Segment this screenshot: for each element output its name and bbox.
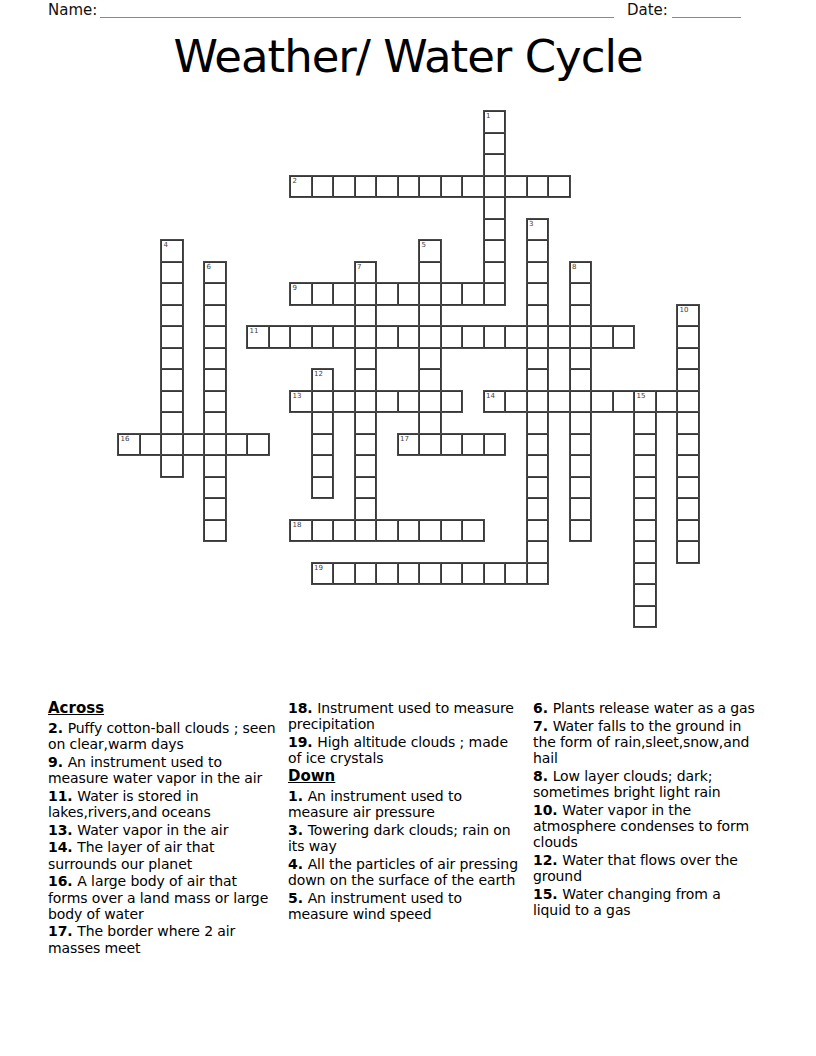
grid-cell-13-8[interactable] — [398, 283, 420, 305]
grid-cell-11-21[interactable] — [355, 563, 377, 585]
grid-cell-11-14[interactable] — [355, 412, 377, 434]
grid-cell-21-15[interactable] — [570, 434, 592, 456]
grid-cell-12-10[interactable] — [376, 326, 398, 348]
grid-cell-2-16[interactable] — [161, 455, 183, 477]
grid-cell-18-13[interactable] — [505, 391, 527, 413]
clue-number-label: 18. — [288, 700, 317, 716]
across-header: Across — [48, 700, 280, 717]
grid-cell-9-17[interactable] — [312, 477, 334, 499]
grid-cell-9-10[interactable] — [312, 326, 334, 348]
grid-cell-13-19[interactable] — [398, 520, 420, 542]
grid-cell-4-16[interactable] — [204, 455, 226, 477]
clue-down-1: 1. An instrument used to measure air pre… — [288, 788, 522, 820]
clue-number-label: 10. — [533, 802, 562, 818]
grid-cell-17-6[interactable] — [484, 240, 506, 262]
grid-cell-16-21[interactable] — [462, 563, 484, 585]
grid-cell-9-12[interactable] — [312, 369, 334, 391]
grid-cell-13-21[interactable] — [398, 563, 420, 585]
grid-cell-14-19[interactable] — [419, 520, 441, 542]
grid-cell-19-3[interactable] — [527, 176, 549, 198]
grid-cell-21-8[interactable] — [570, 283, 592, 305]
grid-cell-11-13[interactable] — [355, 391, 377, 413]
clue-number-label: 6. — [533, 700, 553, 716]
name-blank-line[interactable] — [100, 3, 614, 18]
grid-cell-2-13[interactable] — [161, 391, 183, 413]
grid-cell-4-18[interactable] — [204, 498, 226, 520]
grid-cell-9-14[interactable] — [312, 412, 334, 434]
grid-cell-16-8[interactable] — [462, 283, 484, 305]
grid-cell-24-13[interactable] — [634, 391, 656, 413]
grid-cell-4-19[interactable] — [204, 520, 226, 542]
date-label: Date: — [627, 3, 668, 18]
clue-across-9: 9. An instrument used to measure water v… — [48, 754, 280, 786]
grid-cell-0-15[interactable] — [118, 434, 140, 456]
grid-cell-21-7[interactable] — [570, 262, 592, 284]
grid-cell-15-8[interactable] — [441, 283, 463, 305]
date-blank-line[interactable] — [672, 3, 741, 18]
grid-cell-9-21[interactable] — [312, 563, 334, 585]
grid-cell-17-15[interactable] — [484, 434, 506, 456]
clue-down-6: 6. Plants release water as a gas — [533, 700, 755, 716]
grid-cell-10-19[interactable] — [333, 520, 355, 542]
clue-number-label: 17. — [48, 923, 77, 939]
grid-cell-13-10[interactable] — [398, 326, 420, 348]
grid-cell-17-7[interactable] — [484, 262, 506, 284]
grid-cell-19-20[interactable] — [527, 541, 549, 563]
grid-cell-4-9[interactable] — [204, 305, 226, 327]
grid-cell-14-3[interactable] — [419, 176, 441, 198]
clue-number-label: 3. — [288, 822, 308, 838]
grid-cell-11-16[interactable] — [355, 455, 377, 477]
grid-cell-21-18[interactable] — [570, 498, 592, 520]
grid-cell-2-7[interactable] — [161, 262, 183, 284]
grid-cell-19-13[interactable] — [527, 391, 549, 413]
grid-cell-10-13[interactable] — [333, 391, 355, 413]
grid-cell-23-13[interactable] — [613, 391, 635, 413]
grid-cell-3-15[interactable] — [183, 434, 205, 456]
grid-cell-24-18[interactable] — [634, 498, 656, 520]
clue-number-label: 9. — [48, 754, 68, 770]
grid-cell-15-10[interactable] — [441, 326, 463, 348]
grid-cell-26-17[interactable] — [677, 477, 699, 499]
clue-number-label: 8. — [533, 768, 553, 784]
grid-cell-4-8[interactable] — [204, 283, 226, 305]
grid-cell-4-10[interactable] — [204, 326, 226, 348]
clues-column-across: Across2. Puffy cotton-ball clouds ; seen… — [48, 700, 280, 957]
grid-cell-20-3[interactable] — [548, 176, 570, 198]
grid-cell-20-13[interactable] — [548, 391, 570, 413]
grid-cell-4-7[interactable] — [204, 262, 226, 284]
clue-down-8: 8. Low layer clouds; dark; sometimes bri… — [533, 768, 755, 800]
grid-cell-21-12[interactable] — [570, 369, 592, 391]
grid-cell-15-3[interactable] — [441, 176, 463, 198]
clue-number-label: 11. — [48, 788, 77, 804]
grid-cell-19-18[interactable] — [527, 498, 549, 520]
grid-cell-4-13[interactable] — [204, 391, 226, 413]
grid-cell-14-12[interactable] — [419, 369, 441, 391]
clue-number-label: 1. — [288, 788, 308, 804]
clue-down-15: 15. Water changing from a liquid to a ga… — [533, 886, 755, 918]
grid-cell-15-19[interactable] — [441, 520, 463, 542]
grid-cell-19-9[interactable] — [527, 305, 549, 327]
clues-column-down: 6. Plants release water as a gas7. Water… — [533, 700, 755, 920]
grid-cell-2-12[interactable] — [161, 369, 183, 391]
grid-cell-22-10[interactable] — [591, 326, 613, 348]
grid-cell-19-15[interactable] — [527, 434, 549, 456]
clue-across-16: 16. A large body of air that forms over … — [48, 873, 280, 922]
grid-cell-26-18[interactable] — [677, 498, 699, 520]
clue-across-17: 17. The border where 2 air masses meet — [48, 923, 280, 955]
grid-cell-19-16[interactable] — [527, 455, 549, 477]
grid-cell-2-14[interactable] — [161, 412, 183, 434]
grid-cell-11-8[interactable] — [355, 283, 377, 305]
grid-cell-22-13[interactable] — [591, 391, 613, 413]
grid-cell-15-21[interactable] — [441, 563, 463, 585]
clue-down-12: 12. Water that flows over the ground — [533, 852, 755, 884]
crossword-grid: 12345678910111213141516171819 — [118, 111, 699, 627]
grid-cell-9-13[interactable] — [312, 391, 334, 413]
grid-cell-13-13[interactable] — [398, 391, 420, 413]
grid-cell-11-15[interactable] — [355, 434, 377, 456]
grid-cell-13-3[interactable] — [398, 176, 420, 198]
grid-cell-17-8[interactable] — [484, 283, 506, 305]
grid-cell-19-6[interactable] — [527, 240, 549, 262]
grid-cell-11-10[interactable] — [355, 326, 377, 348]
grid-cell-21-19[interactable] — [570, 520, 592, 542]
grid-cell-17-10[interactable] — [484, 326, 506, 348]
clue-number-label: 16. — [48, 873, 77, 889]
grid-cell-10-10[interactable] — [333, 326, 355, 348]
grid-cell-17-3[interactable] — [484, 176, 506, 198]
grid-cell-7-10[interactable] — [269, 326, 291, 348]
grid-cell-26-14[interactable] — [677, 412, 699, 434]
grid-cell-11-17[interactable] — [355, 477, 377, 499]
grid-cell-2-8[interactable] — [161, 283, 183, 305]
grid-cell-24-23[interactable] — [634, 606, 656, 628]
grid-cell-16-3[interactable] — [462, 176, 484, 198]
grid-cell-24-20[interactable] — [634, 541, 656, 563]
clue-number-label: 12. — [533, 852, 562, 868]
grid-cell-4-15[interactable] — [204, 434, 226, 456]
grid-cell-2-15[interactable] — [161, 434, 183, 456]
grid-cell-2-11[interactable] — [161, 348, 183, 370]
puzzle-title: Weather/ Water Cycle — [0, 30, 816, 83]
grid-cell-19-5[interactable] — [527, 219, 549, 241]
grid-cell-4-14[interactable] — [204, 412, 226, 434]
clue-number-label: 5. — [288, 890, 308, 906]
grid-cell-10-8[interactable] — [333, 283, 355, 305]
grid-cell-9-16[interactable] — [312, 455, 334, 477]
grid-cell-19-7[interactable] — [527, 262, 549, 284]
grid-cell-14-11[interactable] — [419, 348, 441, 370]
grid-cell-14-10[interactable] — [419, 326, 441, 348]
grid-cell-11-11[interactable] — [355, 348, 377, 370]
grid-cell-15-13[interactable] — [441, 391, 463, 413]
grid-cell-26-13[interactable] — [677, 391, 699, 413]
name-label: Name: — [48, 3, 97, 18]
grid-cell-4-17[interactable] — [204, 477, 226, 499]
grid-cell-17-21[interactable] — [484, 563, 506, 585]
clue-across-19: 19. High altitude clouds ; made of ice c… — [288, 734, 522, 766]
grid-cell-21-11[interactable] — [570, 348, 592, 370]
grid-cell-24-17[interactable] — [634, 477, 656, 499]
grid-cell-21-14[interactable] — [570, 412, 592, 434]
grid-cell-8-3[interactable] — [290, 176, 312, 198]
grid-cell-2-10[interactable] — [161, 326, 183, 348]
grid-cell-25-13[interactable] — [656, 391, 678, 413]
worksheet-page: Name: Date: Weather/ Water Cycle 1234567… — [0, 0, 816, 1056]
grid-cell-21-9[interactable] — [570, 305, 592, 327]
grid-cell-26-20[interactable] — [677, 541, 699, 563]
grid-cell-18-3[interactable] — [505, 176, 527, 198]
grid-cell-24-14[interactable] — [634, 412, 656, 434]
grid-cell-12-19[interactable] — [376, 520, 398, 542]
grid-cell-19-17[interactable] — [527, 477, 549, 499]
grid-cell-4-11[interactable] — [204, 348, 226, 370]
clue-across-14: 14. The layer of air that surrounds our … — [48, 839, 280, 871]
grid-cell-12-13[interactable] — [376, 391, 398, 413]
grid-cell-11-7[interactable] — [355, 262, 377, 284]
grid-cell-14-9[interactable] — [419, 305, 441, 327]
grid-cell-14-8[interactable] — [419, 283, 441, 305]
clue-down-3: 3. Towering dark clouds; rain on its way — [288, 822, 522, 854]
grid-cell-24-21[interactable] — [634, 563, 656, 585]
grid-cell-8-8[interactable] — [290, 283, 312, 305]
grid-cell-1-15[interactable] — [140, 434, 162, 456]
grid-cell-14-6[interactable] — [419, 240, 441, 262]
grid-cell-11-3[interactable] — [355, 176, 377, 198]
grid-cell-17-0[interactable] — [484, 111, 506, 133]
grid-cell-19-10[interactable] — [527, 326, 549, 348]
clue-number-label: 4. — [288, 856, 308, 872]
grid-cell-11-19[interactable] — [355, 520, 377, 542]
grid-cell-8-10[interactable] — [290, 326, 312, 348]
grid-cell-18-10[interactable] — [505, 326, 527, 348]
grid-cell-14-13[interactable] — [419, 391, 441, 413]
grid-cell-16-19[interactable] — [462, 520, 484, 542]
grid-cell-10-21[interactable] — [333, 563, 355, 585]
clue-number-label: 13. — [48, 822, 77, 838]
clue-number-label: 7. — [533, 718, 553, 734]
grid-cell-9-8[interactable] — [312, 283, 334, 305]
clue-across-2: 2. Puffy cotton-ball clouds ; seen on cl… — [48, 720, 280, 752]
clue-down-5: 5. An instrument used to measure wind sp… — [288, 890, 522, 922]
grid-cell-2-6[interactable] — [161, 240, 183, 262]
grid-cell-17-13[interactable] — [484, 391, 506, 413]
grid-cell-24-15[interactable] — [634, 434, 656, 456]
grid-cell-2-9[interactable] — [161, 305, 183, 327]
grid-cell-26-15[interactable] — [677, 434, 699, 456]
grid-cell-26-9[interactable] — [677, 305, 699, 327]
grid-cell-12-8[interactable] — [376, 283, 398, 305]
clue-number-label: 14. — [48, 839, 77, 855]
clue-down-7: 7. Water falls to the ground in the form… — [533, 718, 755, 767]
grid-cell-12-21[interactable] — [376, 563, 398, 585]
grid-cell-26-12[interactable] — [677, 369, 699, 391]
grid-cell-19-21[interactable] — [527, 563, 549, 585]
grid-cell-26-11[interactable] — [677, 348, 699, 370]
grid-cell-26-16[interactable] — [677, 455, 699, 477]
grid-cell-11-12[interactable] — [355, 369, 377, 391]
grid-cell-9-3[interactable] — [312, 176, 334, 198]
down-header: Down — [288, 768, 522, 785]
grid-cell-4-12[interactable] — [204, 369, 226, 391]
grid-cell-26-19[interactable] — [677, 520, 699, 542]
grid-cell-12-3[interactable] — [376, 176, 398, 198]
clue-down-4: 4. All the particles of air pressing dow… — [288, 856, 522, 888]
grid-cell-14-15[interactable] — [419, 434, 441, 456]
grid-cell-14-7[interactable] — [419, 262, 441, 284]
grid-cell-11-18[interactable] — [355, 498, 377, 520]
grid-cell-6-15[interactable] — [247, 434, 269, 456]
grid-cell-24-22[interactable] — [634, 584, 656, 606]
grid-cell-19-12[interactable] — [527, 369, 549, 391]
grid-cell-21-10[interactable] — [570, 326, 592, 348]
clues-column-middle: 18. Instrument used to measure precipita… — [288, 700, 522, 923]
grid-cell-19-11[interactable] — [527, 348, 549, 370]
grid-cell-19-8[interactable] — [527, 283, 549, 305]
grid-cell-8-13[interactable] — [290, 391, 312, 413]
clue-across-18: 18. Instrument used to measure precipita… — [288, 700, 522, 732]
clue-number-label: 15. — [533, 886, 562, 902]
grid-cell-8-19[interactable] — [290, 520, 312, 542]
grid-cell-24-16[interactable] — [634, 455, 656, 477]
clue-number-label: 19. — [288, 734, 317, 750]
grid-cell-11-9[interactable] — [355, 305, 377, 327]
grid-cell-17-1[interactable] — [484, 133, 506, 155]
grid-cell-14-14[interactable] — [419, 412, 441, 434]
grid-cell-26-10[interactable] — [677, 326, 699, 348]
grid-cell-23-10[interactable] — [613, 326, 635, 348]
grid-cell-18-21[interactable] — [505, 563, 527, 585]
grid-cell-21-13[interactable] — [570, 391, 592, 413]
grid-cell-5-15[interactable] — [226, 434, 248, 456]
clue-across-13: 13. Water vapor in the air — [48, 822, 280, 838]
grid-cell-13-15[interactable] — [398, 434, 420, 456]
grid-cell-14-21[interactable] — [419, 563, 441, 585]
grid-cell-10-3[interactable] — [333, 176, 355, 198]
grid-cell-19-14[interactable] — [527, 412, 549, 434]
grid-cell-17-2[interactable] — [484, 154, 506, 176]
grid-cell-17-4[interactable] — [484, 197, 506, 219]
grid-cell-16-10[interactable] — [462, 326, 484, 348]
grid-cell-9-19[interactable] — [312, 520, 334, 542]
grid-cell-24-19[interactable] — [634, 520, 656, 542]
clue-number-label: 2. — [48, 720, 68, 736]
clue-down-10: 10. Water vapor in the atmosphere conden… — [533, 802, 755, 851]
grid-cell-6-10[interactable] — [247, 326, 269, 348]
grid-cell-21-16[interactable] — [570, 455, 592, 477]
grid-cell-19-19[interactable] — [527, 520, 549, 542]
grid-cell-20-10[interactable] — [548, 326, 570, 348]
grid-cell-15-15[interactable] — [441, 434, 463, 456]
grid-cell-21-17[interactable] — [570, 477, 592, 499]
grid-cell-17-5[interactable] — [484, 219, 506, 241]
grid-cell-9-15[interactable] — [312, 434, 334, 456]
clue-across-11: 11. Water is stored in lakes,rivers,and … — [48, 788, 280, 820]
grid-cell-16-15[interactable] — [462, 434, 484, 456]
